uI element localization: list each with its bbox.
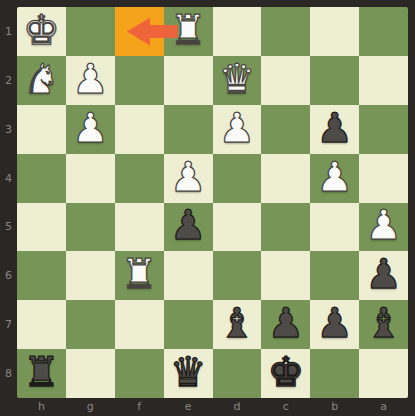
square-b6[interactable] [310, 251, 359, 300]
square-h6[interactable] [17, 251, 66, 300]
rank-label-2: 2 [0, 56, 17, 105]
rank-label-3: 3 [0, 105, 17, 154]
piece-white-pawn[interactable]: ♟ [316, 157, 353, 198]
file-label-b: b [310, 398, 359, 415]
square-a1[interactable] [359, 7, 408, 56]
piece-black-bishop[interactable]: ♝ [219, 303, 256, 344]
piece-white-pawn[interactable]: ♟ [219, 108, 256, 149]
piece-black-king[interactable]: ♚ [267, 352, 304, 393]
file-label-e: e [164, 398, 213, 415]
square-g3[interactable]: ♟ [66, 105, 115, 154]
square-a5[interactable]: ♟ [359, 203, 408, 252]
square-d2[interactable]: ♛ [213, 56, 262, 105]
square-a2[interactable] [359, 56, 408, 105]
square-a7[interactable]: ♝ [359, 300, 408, 349]
square-g5[interactable] [66, 203, 115, 252]
piece-white-pawn[interactable]: ♟ [72, 108, 109, 149]
piece-white-king[interactable]: ♚ [23, 10, 60, 51]
square-c1[interactable] [261, 7, 310, 56]
square-d8[interactable] [213, 349, 262, 398]
rank-label-5: 5 [0, 203, 17, 252]
square-f3[interactable] [115, 105, 164, 154]
piece-white-pawn[interactable]: ♟ [170, 157, 207, 198]
square-d3[interactable]: ♟ [213, 105, 262, 154]
rank-label-6: 6 [0, 251, 17, 300]
rank-label-1: 1 [0, 7, 17, 56]
square-f6[interactable]: ♜ [115, 251, 164, 300]
square-d5[interactable] [213, 203, 262, 252]
square-e7[interactable] [164, 300, 213, 349]
file-labels: hgfedcba [17, 398, 408, 415]
square-c7[interactable]: ♟ [261, 300, 310, 349]
square-d1[interactable] [213, 7, 262, 56]
file-label-c: c [261, 398, 310, 415]
square-g2[interactable]: ♟ [66, 56, 115, 105]
rank-labels: 12345678 [0, 7, 17, 398]
square-h5[interactable] [17, 203, 66, 252]
square-g7[interactable] [66, 300, 115, 349]
square-e4[interactable]: ♟ [164, 154, 213, 203]
piece-white-pawn[interactable]: ♟ [365, 205, 402, 246]
square-f5[interactable] [115, 203, 164, 252]
square-d4[interactable] [213, 154, 262, 203]
square-f8[interactable] [115, 349, 164, 398]
square-c2[interactable] [261, 56, 310, 105]
square-b1[interactable] [310, 7, 359, 56]
square-b3[interactable]: ♟ [310, 105, 359, 154]
piece-white-knight[interactable]: ♞ [23, 59, 60, 100]
square-f1[interactable] [115, 7, 164, 56]
square-e5[interactable]: ♟ [164, 203, 213, 252]
square-c8[interactable]: ♚ [261, 349, 310, 398]
square-e2[interactable] [164, 56, 213, 105]
file-label-h: h [17, 398, 66, 415]
square-h7[interactable] [17, 300, 66, 349]
rank-label-4: 4 [0, 154, 17, 203]
piece-white-rook[interactable]: ♜ [121, 254, 158, 295]
piece-white-rook[interactable]: ♜ [170, 10, 207, 51]
file-label-d: d [213, 398, 262, 415]
square-d7[interactable]: ♝ [213, 300, 262, 349]
square-e8[interactable]: ♛ [164, 349, 213, 398]
square-a3[interactable] [359, 105, 408, 154]
square-d6[interactable] [213, 251, 262, 300]
chess-board: ♚♜♞♟♛♟♟♟♟♟♟♟♜♟♝♟♟♝♜♛♚ [17, 7, 408, 398]
piece-black-rook[interactable]: ♜ [23, 352, 60, 393]
square-c3[interactable] [261, 105, 310, 154]
board-app-background: 12345678 hgfedcba ♚♜♞♟♛♟♟♟♟♟♟♟♜♟♝♟♟♝♜♛♚ [0, 0, 415, 416]
piece-black-pawn[interactable]: ♟ [267, 303, 304, 344]
square-b7[interactable]: ♟ [310, 300, 359, 349]
square-e6[interactable] [164, 251, 213, 300]
square-f7[interactable] [115, 300, 164, 349]
piece-white-pawn[interactable]: ♟ [72, 59, 109, 100]
rank-label-7: 7 [0, 300, 17, 349]
square-b4[interactable]: ♟ [310, 154, 359, 203]
square-b8[interactable] [310, 349, 359, 398]
square-g6[interactable] [66, 251, 115, 300]
square-h1[interactable]: ♚ [17, 7, 66, 56]
square-a6[interactable]: ♟ [359, 251, 408, 300]
file-label-f: f [115, 398, 164, 415]
piece-black-bishop[interactable]: ♝ [365, 303, 402, 344]
square-h4[interactable] [17, 154, 66, 203]
square-g8[interactable] [66, 349, 115, 398]
square-b2[interactable] [310, 56, 359, 105]
file-label-g: g [66, 398, 115, 415]
piece-black-pawn[interactable]: ♟ [365, 254, 402, 295]
square-f2[interactable] [115, 56, 164, 105]
square-b5[interactable] [310, 203, 359, 252]
square-c4[interactable] [261, 154, 310, 203]
piece-black-pawn[interactable]: ♟ [316, 108, 353, 149]
square-h2[interactable]: ♞ [17, 56, 66, 105]
square-e3[interactable] [164, 105, 213, 154]
square-f4[interactable] [115, 154, 164, 203]
square-h8[interactable]: ♜ [17, 349, 66, 398]
square-g1[interactable] [66, 7, 115, 56]
piece-white-queen[interactable]: ♛ [219, 59, 256, 100]
piece-black-queen[interactable]: ♛ [170, 352, 207, 393]
square-a8[interactable] [359, 349, 408, 398]
square-c5[interactable] [261, 203, 310, 252]
square-h3[interactable] [17, 105, 66, 154]
file-label-a: a [359, 398, 408, 415]
square-e1[interactable]: ♜ [164, 7, 213, 56]
rank-label-8: 8 [0, 349, 17, 398]
square-c6[interactable] [261, 251, 310, 300]
piece-black-pawn[interactable]: ♟ [316, 303, 353, 344]
square-g4[interactable] [66, 154, 115, 203]
piece-black-pawn[interactable]: ♟ [170, 205, 207, 246]
square-a4[interactable] [359, 154, 408, 203]
